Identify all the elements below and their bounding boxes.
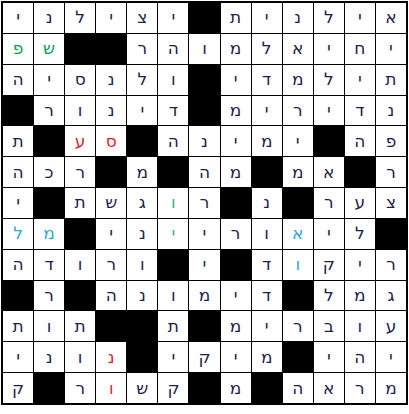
- cell-r13c4[interactable]: ו: [96, 373, 126, 403]
- cell-r9c11[interactable]: ק: [314, 250, 344, 280]
- cell-r9c7[interactable]: י: [189, 250, 219, 280]
- cell-r9c10[interactable]: ו: [283, 250, 313, 280]
- cell-r13c1[interactable]: ק: [3, 373, 33, 403]
- black-cell-r13c9: [252, 373, 282, 403]
- black-cell-r8c13: [376, 219, 406, 249]
- cell-r5c7[interactable]: נ: [189, 126, 219, 156]
- cell-r1c13[interactable]: א: [376, 3, 406, 33]
- cell-r1c2[interactable]: נ: [34, 3, 64, 33]
- black-cell-r13c2: [34, 373, 64, 403]
- black-cell-r12c10: [283, 342, 313, 372]
- cell-r8c12[interactable]: ל: [345, 219, 375, 249]
- cell-r11c11[interactable]: ב: [314, 311, 344, 341]
- cell-r12c1[interactable]: י: [3, 342, 33, 372]
- black-cell-r7c8: [221, 188, 251, 218]
- cell-r10c13[interactable]: ג: [376, 281, 406, 311]
- cell-r3c12[interactable]: י: [345, 65, 375, 95]
- black-cell-r5c2: [34, 126, 64, 156]
- cell-r4c12[interactable]: ד: [345, 96, 375, 126]
- cell-r1c8[interactable]: ת: [221, 3, 251, 33]
- cell-r11c8[interactable]: מ: [221, 311, 251, 341]
- cell-r12c4[interactable]: נ: [96, 342, 126, 372]
- cell-r4c8[interactable]: מ: [221, 96, 251, 126]
- cell-r7c9[interactable]: נ: [252, 188, 282, 218]
- cell-r12c3[interactable]: ו: [65, 342, 95, 372]
- cell-r9c3[interactable]: ו: [65, 250, 95, 280]
- black-cell-r6c12: [345, 157, 375, 187]
- black-cell-r10c10: [283, 281, 313, 311]
- cell-r4c6[interactable]: ד: [158, 96, 188, 126]
- cell-r7c12[interactable]: ע: [345, 188, 375, 218]
- cell-r3c5[interactable]: ל: [127, 65, 157, 95]
- black-cell-r7c2: [34, 188, 64, 218]
- cell-r1c6[interactable]: י: [158, 3, 188, 33]
- cell-r3c13[interactable]: ת: [376, 65, 406, 95]
- cell-r11c2[interactable]: ו: [34, 311, 64, 341]
- cell-r3c8[interactable]: י: [221, 65, 251, 95]
- cell-r4c5[interactable]: י: [127, 96, 157, 126]
- cell-r2c11[interactable]: י: [314, 34, 344, 64]
- cell-r3c1[interactable]: ה: [3, 65, 33, 95]
- cell-r1c5[interactable]: צ: [127, 3, 157, 33]
- cell-r2c10[interactable]: א: [283, 34, 313, 64]
- cell-r7c11[interactable]: ר: [314, 188, 344, 218]
- cell-r12c9[interactable]: מ: [252, 342, 282, 372]
- cell-r10c11[interactable]: ל: [314, 281, 344, 311]
- cell-r7c7[interactable]: ר: [189, 188, 219, 218]
- cell-r5c12[interactable]: ה: [345, 126, 375, 156]
- cell-r8c8[interactable]: ר: [221, 219, 251, 249]
- cell-r3c3[interactable]: ס: [65, 65, 95, 95]
- cell-r4c10[interactable]: ר: [283, 96, 313, 126]
- cell-r13c13[interactable]: מ: [376, 373, 406, 403]
- cell-r5c9[interactable]: מ: [252, 126, 282, 156]
- cell-r8c11[interactable]: י: [314, 219, 344, 249]
- cell-r9c4[interactable]: ר: [96, 250, 126, 280]
- cell-r6c2[interactable]: כ: [34, 157, 64, 187]
- cell-r5c4[interactable]: ס: [96, 126, 126, 156]
- cell-r13c8[interactable]: מ: [221, 373, 251, 403]
- cell-r6c7[interactable]: ה: [189, 157, 219, 187]
- black-cell-r4c1: [3, 96, 33, 126]
- black-cell-r9c8: [221, 250, 251, 280]
- cell-r7c4[interactable]: ש: [96, 188, 126, 218]
- cell-r13c10[interactable]: ה: [283, 373, 313, 403]
- cell-r8c1[interactable]: ל: [3, 219, 33, 249]
- black-cell-r5c5: [127, 126, 157, 156]
- cell-r3c6[interactable]: ו: [158, 65, 188, 95]
- cell-r11c12[interactable]: ו: [345, 311, 375, 341]
- cell-r6c1[interactable]: ה: [3, 157, 33, 187]
- black-cell-r7c10: [283, 188, 313, 218]
- cell-r10c8[interactable]: י: [221, 281, 251, 311]
- cell-r1c1[interactable]: י: [3, 3, 33, 33]
- cell-r10c9[interactable]: ד: [252, 281, 282, 311]
- cell-r4c13[interactable]: נ: [376, 96, 406, 126]
- cell-r11c6[interactable]: ת: [158, 311, 188, 341]
- black-cell-r3c7: [189, 65, 219, 95]
- cell-r5c10[interactable]: י: [283, 126, 313, 156]
- cell-r2c8[interactable]: מ: [221, 34, 251, 64]
- cell-r2c2[interactable]: ש: [34, 34, 64, 64]
- cell-r8c7[interactable]: י: [189, 219, 219, 249]
- cell-r7c13[interactable]: צ: [376, 188, 406, 218]
- cell-r8c2[interactable]: מ: [34, 219, 64, 249]
- cell-r11c13[interactable]: ע: [376, 311, 406, 341]
- cell-r10c2[interactable]: ר: [34, 281, 64, 311]
- cell-r12c8[interactable]: י: [221, 342, 251, 372]
- cell-r4c4[interactable]: נ: [96, 96, 126, 126]
- cell-r4c2[interactable]: ר: [34, 96, 64, 126]
- black-cell-r6c9: [252, 157, 282, 187]
- cell-r9c9[interactable]: ד: [252, 250, 282, 280]
- cell-r5c6[interactable]: ה: [158, 126, 188, 156]
- cell-r12c7[interactable]: ק: [189, 342, 219, 372]
- cell-r4c9[interactable]: י: [252, 96, 282, 126]
- cell-r8c5[interactable]: נ: [127, 219, 157, 249]
- black-cell-r6c4: [96, 157, 126, 187]
- black-cell-r2c3: [65, 34, 95, 64]
- cell-r2c9[interactable]: ל: [252, 34, 282, 64]
- cell-r9c1[interactable]: ה: [3, 250, 33, 280]
- cell-r7c5[interactable]: ג: [127, 188, 157, 218]
- cell-r5c3[interactable]: ע: [65, 126, 95, 156]
- cell-r11c1[interactable]: ת: [3, 311, 33, 341]
- cell-r8c10[interactable]: א: [283, 219, 313, 249]
- cell-r2c13[interactable]: י: [376, 34, 406, 64]
- cell-r6c11[interactable]: א: [314, 157, 344, 187]
- black-cell-r13c7: [189, 373, 219, 403]
- cell-r3c9[interactable]: ד: [252, 65, 282, 95]
- cell-r1c10[interactable]: נ: [283, 3, 313, 33]
- cell-r6c5[interactable]: מ: [127, 157, 157, 187]
- cell-r12c6[interactable]: י: [158, 342, 188, 372]
- cell-r8c9[interactable]: ו: [252, 219, 282, 249]
- cell-r13c5[interactable]: ש: [127, 373, 157, 403]
- cell-r4c3[interactable]: ו: [65, 96, 95, 126]
- cell-r11c9[interactable]: י: [252, 311, 282, 341]
- cell-r1c4[interactable]: י: [96, 3, 126, 33]
- cell-r5c8[interactable]: י: [221, 126, 251, 156]
- cell-r3c2[interactable]: י: [34, 65, 64, 95]
- black-cell-r2c4: [96, 34, 126, 64]
- cell-r6c8[interactable]: מ: [221, 157, 251, 187]
- cell-r12c11[interactable]: י: [314, 342, 344, 372]
- cell-r1c9[interactable]: י: [252, 3, 282, 33]
- cell-r6c3[interactable]: ר: [65, 157, 95, 187]
- cell-r13c6[interactable]: ק: [158, 373, 188, 403]
- crossword-grid: ינליציתינליאפשרהומלאיחיהיסנלוידמליתרוניד…: [1, 1, 408, 405]
- cell-r9c13[interactable]: ר: [376, 250, 406, 280]
- cell-r1c11[interactable]: ל: [314, 3, 344, 33]
- cell-r9c5[interactable]: ו: [127, 250, 157, 280]
- cell-r7c6[interactable]: ו: [158, 188, 188, 218]
- cell-r13c11[interactable]: א: [314, 373, 344, 403]
- cell-r13c12[interactable]: ר: [345, 373, 375, 403]
- cell-r2c5[interactable]: ר: [127, 34, 157, 64]
- cell-r2c12[interactable]: ח: [345, 34, 375, 64]
- cell-r11c10[interactable]: ר: [283, 311, 313, 341]
- black-cell-r12c5: [127, 342, 157, 372]
- cell-r12c12[interactable]: ה: [345, 342, 375, 372]
- black-cell-r8c3: [65, 219, 95, 249]
- cell-r8c4[interactable]: י: [96, 219, 126, 249]
- cell-r10c7[interactable]: מ: [189, 281, 219, 311]
- black-cell-r6c6: [158, 157, 188, 187]
- cell-r2c7[interactable]: ו: [189, 34, 219, 64]
- black-cell-r4c7: [189, 96, 219, 126]
- cell-r10c6[interactable]: ו: [158, 281, 188, 311]
- black-cell-r11c7: [189, 311, 219, 341]
- cell-r9c12[interactable]: י: [345, 250, 375, 280]
- cell-r10c5[interactable]: נ: [127, 281, 157, 311]
- cell-r11c3[interactable]: ת: [65, 311, 95, 341]
- cell-r13c3[interactable]: ר: [65, 373, 95, 403]
- cell-r12c13[interactable]: י: [376, 342, 406, 372]
- cell-r2c6[interactable]: ה: [158, 34, 188, 64]
- cell-r1c3[interactable]: ל: [65, 3, 95, 33]
- black-cell-r5c11: [314, 126, 344, 156]
- cell-r8c6[interactable]: י: [158, 219, 188, 249]
- black-cell-r1c7: [189, 3, 219, 33]
- cell-r3c11[interactable]: ל: [314, 65, 344, 95]
- black-cell-r9c6: [158, 250, 188, 280]
- cell-r3c10[interactable]: מ: [283, 65, 313, 95]
- cell-r1c12[interactable]: י: [345, 3, 375, 33]
- black-cell-r10c3: [65, 281, 95, 311]
- cell-r6c13[interactable]: ר: [376, 157, 406, 187]
- cell-r7c3[interactable]: ת: [65, 188, 95, 218]
- black-cell-r11c4: [96, 311, 126, 341]
- cell-r2c1[interactable]: פ: [3, 34, 33, 64]
- cell-r3c4[interactable]: נ: [96, 65, 126, 95]
- cell-r10c4[interactable]: ה: [96, 281, 126, 311]
- black-cell-r11c5: [127, 311, 157, 341]
- cell-r5c13[interactable]: פ: [376, 126, 406, 156]
- cell-r10c12[interactable]: מ: [345, 281, 375, 311]
- cell-r12c2[interactable]: נ: [34, 342, 64, 372]
- cell-r7c1[interactable]: י: [3, 188, 33, 218]
- black-cell-r10c1: [3, 281, 33, 311]
- cell-r6c10[interactable]: מ: [283, 157, 313, 187]
- cell-r9c2[interactable]: ד: [34, 250, 64, 280]
- cell-r4c11[interactable]: י: [314, 96, 344, 126]
- cell-r5c1[interactable]: ת: [3, 126, 33, 156]
